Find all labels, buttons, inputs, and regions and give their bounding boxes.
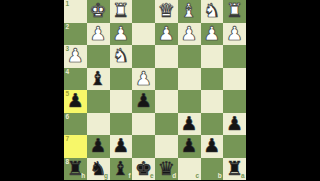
square-c6[interactable]: ♟	[178, 113, 201, 136]
square-f7[interactable]: ♟	[110, 135, 133, 158]
square-b4[interactable]	[201, 68, 224, 91]
black-rook-icon[interactable]: ♜	[67, 159, 84, 178]
square-a3[interactable]	[223, 45, 246, 68]
square-c1[interactable]: ♝	[178, 0, 201, 23]
square-e8[interactable]: e♚	[132, 158, 155, 181]
square-a8[interactable]: a♜	[223, 158, 246, 181]
rank-label-6: 6	[66, 114, 70, 121]
square-d1[interactable]: ♛	[155, 0, 178, 23]
square-a7[interactable]	[223, 135, 246, 158]
rank-label-2: 2	[66, 24, 70, 31]
square-h4[interactable]: 4	[64, 68, 87, 91]
white-pawn-icon[interactable]: ♟	[226, 24, 243, 43]
square-f2[interactable]: ♟	[110, 23, 133, 46]
square-g2[interactable]: ♟	[87, 23, 110, 46]
square-g4[interactable]: ♝	[87, 68, 110, 91]
square-f4[interactable]	[110, 68, 133, 91]
file-label-b: b	[218, 173, 222, 180]
square-a1[interactable]: ♜	[223, 0, 246, 23]
black-pawn-icon[interactable]: ♟	[181, 136, 198, 155]
black-pawn-icon[interactable]: ♟	[181, 114, 198, 133]
black-king-icon[interactable]: ♚	[135, 159, 152, 178]
square-d3[interactable]	[155, 45, 178, 68]
white-king-icon[interactable]: ♚	[90, 1, 107, 20]
black-pawn-icon[interactable]: ♟	[135, 91, 152, 110]
rank-label-1: 1	[66, 1, 70, 8]
white-rook-icon[interactable]: ♜	[112, 1, 129, 20]
square-b3[interactable]	[201, 45, 224, 68]
square-h6[interactable]: 6	[64, 113, 87, 136]
white-rook-icon[interactable]: ♜	[226, 1, 243, 20]
square-c2[interactable]: ♟	[178, 23, 201, 46]
square-h8[interactable]: 8h♜	[64, 158, 87, 181]
rank-label-7: 7	[66, 136, 70, 143]
black-bishop-icon[interactable]: ♝	[90, 69, 107, 88]
square-c3[interactable]	[178, 45, 201, 68]
square-f3[interactable]: ♞	[110, 45, 133, 68]
square-b5[interactable]	[201, 90, 224, 113]
black-rook-icon[interactable]: ♜	[226, 159, 243, 178]
square-f1[interactable]: ♜	[110, 0, 133, 23]
square-c8[interactable]: c	[178, 158, 201, 181]
square-e2[interactable]	[132, 23, 155, 46]
black-pawn-icon[interactable]: ♟	[203, 136, 220, 155]
black-knight-icon[interactable]: ♞	[90, 159, 107, 178]
square-e4[interactable]: ♟	[132, 68, 155, 91]
square-h1[interactable]: 1	[64, 0, 87, 23]
rank-label-4: 4	[66, 69, 70, 76]
square-a2[interactable]: ♟	[223, 23, 246, 46]
square-h2[interactable]: 2	[64, 23, 87, 46]
square-f6[interactable]	[110, 113, 133, 136]
square-e3[interactable]	[132, 45, 155, 68]
square-e7[interactable]	[132, 135, 155, 158]
square-f5[interactable]	[110, 90, 133, 113]
square-b2[interactable]: ♟	[201, 23, 224, 46]
square-e5[interactable]: ♟	[132, 90, 155, 113]
square-g1[interactable]: ♚	[87, 0, 110, 23]
white-pawn-icon[interactable]: ♟	[158, 24, 175, 43]
square-a5[interactable]	[223, 90, 246, 113]
square-d2[interactable]: ♟	[155, 23, 178, 46]
black-pawn-icon[interactable]: ♟	[226, 114, 243, 133]
white-pawn-icon[interactable]: ♟	[203, 24, 220, 43]
square-g6[interactable]	[87, 113, 110, 136]
square-d6[interactable]	[155, 113, 178, 136]
square-g5[interactable]	[87, 90, 110, 113]
square-c4[interactable]	[178, 68, 201, 91]
white-pawn-icon[interactable]: ♟	[181, 24, 198, 43]
white-bishop-icon[interactable]: ♝	[181, 1, 198, 20]
white-pawn-icon[interactable]: ♟	[112, 24, 129, 43]
white-pawn-icon[interactable]: ♟	[90, 24, 107, 43]
square-d7[interactable]	[155, 135, 178, 158]
file-label-c: c	[195, 173, 199, 180]
square-d4[interactable]	[155, 68, 178, 91]
square-b1[interactable]: ♞	[201, 0, 224, 23]
square-a4[interactable]	[223, 68, 246, 91]
square-b6[interactable]	[201, 113, 224, 136]
black-pawn-icon[interactable]: ♟	[90, 136, 107, 155]
letterbox-background: 1♚♜♛♝♞♜2♟♟♟♟♟♟3♟♞4♝♟5♟♟6♟♟7♟♟♟♟8h♜g♞f♝e♚…	[0, 0, 320, 180]
square-a6[interactable]: ♟	[223, 113, 246, 136]
square-c5[interactable]	[178, 90, 201, 113]
white-pawn-icon[interactable]: ♟	[135, 69, 152, 88]
white-queen-icon[interactable]: ♛	[158, 1, 175, 20]
black-pawn-icon[interactable]: ♟	[67, 91, 84, 110]
square-b8[interactable]: b	[201, 158, 224, 181]
square-c7[interactable]: ♟	[178, 135, 201, 158]
square-d8[interactable]: d♛	[155, 158, 178, 181]
white-knight-icon[interactable]: ♞	[112, 46, 129, 65]
white-pawn-icon[interactable]: ♟	[67, 46, 84, 65]
square-d5[interactable]	[155, 90, 178, 113]
square-f8[interactable]: f♝	[110, 158, 133, 181]
black-queen-icon[interactable]: ♛	[158, 159, 175, 178]
square-h3[interactable]: 3♟	[64, 45, 87, 68]
square-g3[interactable]	[87, 45, 110, 68]
square-h5[interactable]: 5♟	[64, 90, 87, 113]
square-g8[interactable]: g♞	[87, 158, 110, 181]
square-h7[interactable]: 7	[64, 135, 87, 158]
white-knight-icon[interactable]: ♞	[203, 1, 220, 20]
square-e6[interactable]	[132, 113, 155, 136]
black-pawn-icon[interactable]: ♟	[112, 136, 129, 155]
chess-board: 1♚♜♛♝♞♜2♟♟♟♟♟♟3♟♞4♝♟5♟♟6♟♟7♟♟♟♟8h♜g♞f♝e♚…	[64, 0, 246, 180]
square-g7[interactable]: ♟	[87, 135, 110, 158]
square-e1[interactable]	[132, 0, 155, 23]
square-b7[interactable]: ♟	[201, 135, 224, 158]
black-bishop-icon[interactable]: ♝	[112, 159, 129, 178]
